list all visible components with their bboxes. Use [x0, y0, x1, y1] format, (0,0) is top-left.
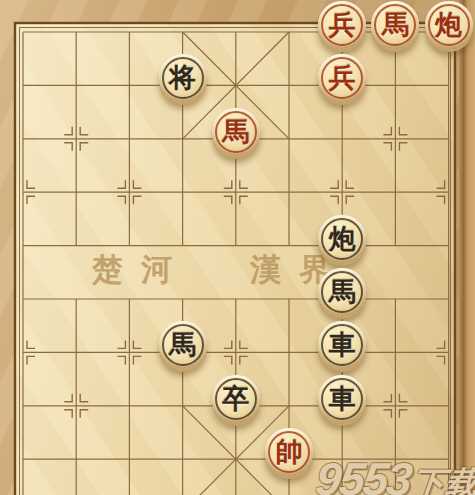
piece-black-chariot[interactable]: 車 — [318, 375, 366, 423]
piece-black-cannon[interactable]: 炮 — [318, 215, 366, 263]
piece-glyph: 将 — [159, 54, 207, 102]
piece-glyph: 馬 — [212, 108, 260, 156]
piece-black-horse[interactable]: 馬 — [159, 321, 207, 369]
river-label-chu-he: 楚河 — [92, 252, 190, 288]
piece-red-soldier[interactable]: 兵 — [318, 54, 366, 102]
piece-glyph: 卒 — [212, 375, 260, 423]
piece-glyph: 炮 — [318, 215, 366, 263]
piece-glyph: 馬 — [159, 321, 207, 369]
watermark-cn-text: 下载 — [410, 465, 475, 495]
piece-glyph: 帥 — [265, 428, 313, 476]
piece-glyph: 兵 — [318, 1, 366, 49]
xiangqi-board-screenshot: 楚河 漢界 兵馬炮将兵馬炮馬馬車卒車帥 9553 下载 .com — [0, 0, 475, 495]
piece-glyph: 馬 — [371, 1, 419, 49]
piece-glyph: 馬 — [318, 268, 366, 316]
piece-red-horse[interactable]: 馬 — [371, 1, 419, 49]
piece-red-horse[interactable]: 馬 — [212, 108, 260, 156]
watermark-number: 9553 — [314, 459, 413, 495]
piece-glyph: 炮 — [425, 1, 473, 49]
piece-red-general[interactable]: 帥 — [265, 428, 313, 476]
piece-glyph: 兵 — [318, 54, 366, 102]
site-watermark: 9553 下载 .com — [314, 459, 475, 495]
piece-glyph: 車 — [318, 375, 366, 423]
piece-black-general[interactable]: 将 — [159, 54, 207, 102]
piece-black-soldier[interactable]: 卒 — [212, 375, 260, 423]
piece-glyph: 車 — [318, 321, 366, 369]
piece-red-soldier[interactable]: 兵 — [318, 1, 366, 49]
piece-red-cannon[interactable]: 炮 — [425, 1, 473, 49]
piece-black-chariot[interactable]: 車 — [318, 321, 366, 369]
piece-black-horse[interactable]: 馬 — [318, 268, 366, 316]
